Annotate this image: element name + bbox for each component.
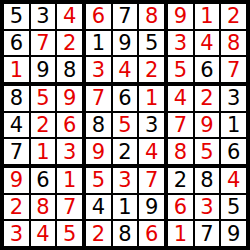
- digit: 7: [36, 32, 49, 54]
- digit: 4: [92, 196, 105, 218]
- digit: 6: [174, 196, 187, 218]
- digit: 7: [145, 169, 158, 191]
- digit: 7: [200, 223, 213, 245]
- digit: 1: [145, 87, 158, 109]
- cell-r3c1[interactable]: 1: [4, 57, 29, 82]
- digit: 1: [118, 196, 131, 218]
- digit: 7: [174, 114, 187, 136]
- digit: 2: [145, 59, 158, 81]
- cell-r7c1[interactable]: 9: [4, 168, 29, 193]
- digit: 9: [10, 169, 23, 191]
- digit: 8: [63, 59, 76, 81]
- digit: 7: [10, 141, 23, 163]
- digit: 6: [200, 59, 213, 81]
- digit: 2: [227, 5, 240, 27]
- cell-r8c5[interactable]: 1: [113, 195, 138, 220]
- digit: 4: [200, 32, 213, 54]
- cell-r4c4[interactable]: 7: [86, 86, 111, 111]
- digit: 9: [118, 32, 131, 54]
- sudoku-box: 912348567: [168, 4, 246, 82]
- digit: 7: [92, 87, 105, 109]
- digit: 3: [145, 114, 158, 136]
- cell-r6c6[interactable]: 4: [139, 139, 164, 164]
- cell-r7c9[interactable]: 4: [221, 168, 246, 193]
- digit: 1: [36, 141, 49, 163]
- digit: 3: [10, 223, 23, 245]
- digit: 3: [63, 141, 76, 163]
- cell-r6c4[interactable]: 9: [86, 139, 111, 164]
- cell-r1c2[interactable]: 3: [31, 4, 56, 29]
- digit: 1: [200, 5, 213, 27]
- cell-r6c7[interactable]: 8: [168, 139, 193, 164]
- cell-r7c5[interactable]: 3: [113, 168, 138, 193]
- digit: 9: [200, 114, 213, 136]
- cell-r2c8[interactable]: 4: [195, 31, 220, 56]
- cell-r5c6[interactable]: 3: [139, 113, 164, 138]
- cell-r4c9[interactable]: 3: [221, 86, 246, 111]
- cell-r1c9[interactable]: 2: [221, 4, 246, 29]
- digit: 6: [227, 141, 240, 163]
- digit: 1: [92, 32, 105, 54]
- digit: 3: [200, 196, 213, 218]
- cell-r3c9[interactable]: 7: [221, 57, 246, 82]
- digit: 8: [200, 169, 213, 191]
- cell-r1c3[interactable]: 4: [57, 4, 82, 29]
- cell-r9c1[interactable]: 3: [4, 221, 29, 246]
- cell-r3c8[interactable]: 6: [195, 57, 220, 82]
- cell-r9c5[interactable]: 8: [113, 221, 138, 246]
- digit: 5: [10, 5, 23, 27]
- cell-r5c2[interactable]: 2: [31, 113, 56, 138]
- sudoku-box: 761853924: [86, 86, 164, 164]
- cell-r9c6[interactable]: 6: [139, 221, 164, 246]
- digit: 8: [145, 5, 158, 27]
- digit: 8: [118, 223, 131, 245]
- digit: 3: [118, 169, 131, 191]
- cell-r8c1[interactable]: 2: [4, 195, 29, 220]
- cell-r7c2[interactable]: 6: [31, 168, 56, 193]
- digit: 3: [227, 87, 240, 109]
- digit: 6: [118, 87, 131, 109]
- cell-r7c6[interactable]: 7: [139, 168, 164, 193]
- digit: 1: [63, 169, 76, 191]
- digit: 4: [118, 59, 131, 81]
- sudoku-box: 859426713: [4, 86, 82, 164]
- sudoku-box: 284635179: [168, 168, 246, 246]
- digit: 2: [36, 114, 49, 136]
- cell-r1c6[interactable]: 8: [139, 4, 164, 29]
- cell-r2c7[interactable]: 3: [168, 31, 193, 56]
- cell-r9c2[interactable]: 4: [31, 221, 56, 246]
- digit: 5: [174, 59, 187, 81]
- digit: 9: [174, 5, 187, 27]
- digit: 9: [227, 223, 240, 245]
- cell-r3c2[interactable]: 9: [31, 57, 56, 82]
- digit: 2: [63, 32, 76, 54]
- digit: 9: [92, 141, 105, 163]
- cell-r6c2[interactable]: 1: [31, 139, 56, 164]
- cell-r5c1[interactable]: 4: [4, 113, 29, 138]
- digit: 2: [200, 87, 213, 109]
- cell-r9c8[interactable]: 7: [195, 221, 220, 246]
- digit: 5: [118, 114, 131, 136]
- cell-r4c5[interactable]: 6: [113, 86, 138, 111]
- digit: 9: [145, 196, 158, 218]
- digit: 6: [10, 32, 23, 54]
- digit: 9: [63, 87, 76, 109]
- digit: 3: [174, 32, 187, 54]
- cell-r6c8[interactable]: 5: [195, 139, 220, 164]
- cell-r9c9[interactable]: 9: [221, 221, 246, 246]
- cell-r9c7[interactable]: 1: [168, 221, 193, 246]
- cell-r3c6[interactable]: 2: [139, 57, 164, 82]
- sudoku-box: 537419286: [86, 168, 164, 246]
- digit: 6: [36, 169, 49, 191]
- digit: 7: [63, 196, 76, 218]
- digit: 4: [145, 141, 158, 163]
- cell-r2c5[interactable]: 9: [113, 31, 138, 56]
- cell-r8c9[interactable]: 5: [221, 195, 246, 220]
- digit: 5: [36, 87, 49, 109]
- digit: 2: [174, 169, 187, 191]
- digit: 6: [145, 223, 158, 245]
- digit: 8: [10, 87, 23, 109]
- sudoku-box: 534672198: [4, 4, 82, 82]
- cell-r4c8[interactable]: 2: [195, 86, 220, 111]
- digit: 5: [92, 169, 105, 191]
- cell-r2c4[interactable]: 1: [86, 31, 111, 56]
- digit: 8: [92, 114, 105, 136]
- digit: 4: [36, 223, 49, 245]
- digit: 1: [227, 114, 240, 136]
- cell-r7c7[interactable]: 2: [168, 168, 193, 193]
- sudoku-box: 961287345: [4, 168, 82, 246]
- cell-r2c1[interactable]: 6: [4, 31, 29, 56]
- cell-r9c3[interactable]: 5: [57, 221, 82, 246]
- cell-r6c5[interactable]: 2: [113, 139, 138, 164]
- digit: 4: [10, 114, 23, 136]
- cell-r3c3[interactable]: 8: [57, 57, 82, 82]
- cell-r8c4[interactable]: 4: [86, 195, 111, 220]
- digit: 4: [63, 5, 76, 27]
- cell-r4c2[interactable]: 5: [31, 86, 56, 111]
- digit: 7: [118, 5, 131, 27]
- digit: 4: [227, 169, 240, 191]
- digit: 2: [92, 223, 105, 245]
- digit: 3: [36, 5, 49, 27]
- digit: 6: [92, 5, 105, 27]
- cell-r3c7[interactable]: 5: [168, 57, 193, 82]
- cell-r3c5[interactable]: 4: [113, 57, 138, 82]
- sudoku-box: 678195342: [86, 4, 164, 82]
- cell-r7c3[interactable]: 1: [57, 168, 82, 193]
- cell-r3c4[interactable]: 3: [86, 57, 111, 82]
- cell-r5c5[interactable]: 5: [113, 113, 138, 138]
- cell-r8c8[interactable]: 3: [195, 195, 220, 220]
- cell-r8c2[interactable]: 8: [31, 195, 56, 220]
- digit: 8: [227, 32, 240, 54]
- digit: 4: [174, 87, 187, 109]
- digit: 5: [200, 141, 213, 163]
- digit: 5: [145, 32, 158, 54]
- digit: 2: [118, 141, 131, 163]
- cell-r4c3[interactable]: 9: [57, 86, 82, 111]
- digit: 1: [174, 223, 187, 245]
- cell-r8c7[interactable]: 6: [168, 195, 193, 220]
- digit: 6: [63, 114, 76, 136]
- digit: 7: [227, 59, 240, 81]
- sudoku-board: 534672198 678195342 912348567 859426713 …: [0, 0, 250, 250]
- cell-r6c3[interactable]: 3: [57, 139, 82, 164]
- cell-r5c3[interactable]: 6: [57, 113, 82, 138]
- digit: 3: [92, 59, 105, 81]
- digit: 8: [36, 196, 49, 218]
- cell-r1c4[interactable]: 6: [86, 4, 111, 29]
- cell-r6c1[interactable]: 7: [4, 139, 29, 164]
- cell-r1c5[interactable]: 7: [113, 4, 138, 29]
- cell-r9c4[interactable]: 2: [86, 221, 111, 246]
- cell-r4c6[interactable]: 1: [139, 86, 164, 111]
- cell-r2c2[interactable]: 7: [31, 31, 56, 56]
- cell-r6c9[interactable]: 6: [221, 139, 246, 164]
- cell-r8c3[interactable]: 7: [57, 195, 82, 220]
- sudoku-box: 423791856: [168, 86, 246, 164]
- cell-r7c8[interactable]: 8: [195, 168, 220, 193]
- cell-r2c3[interactable]: 2: [57, 31, 82, 56]
- digit: 5: [227, 196, 240, 218]
- cell-r5c7[interactable]: 7: [168, 113, 193, 138]
- digit: 9: [36, 59, 49, 81]
- digit: 8: [174, 141, 187, 163]
- digit: 2: [10, 196, 23, 218]
- cell-r1c7[interactable]: 9: [168, 4, 193, 29]
- cell-r1c1[interactable]: 5: [4, 4, 29, 29]
- cell-r2c9[interactable]: 8: [221, 31, 246, 56]
- cell-r1c8[interactable]: 1: [195, 4, 220, 29]
- cell-r5c4[interactable]: 8: [86, 113, 111, 138]
- digit: 1: [10, 59, 23, 81]
- cell-r4c1[interactable]: 8: [4, 86, 29, 111]
- cell-r7c4[interactable]: 5: [86, 168, 111, 193]
- digit: 5: [63, 223, 76, 245]
- cell-r5c9[interactable]: 1: [221, 113, 246, 138]
- cell-r2c6[interactable]: 5: [139, 31, 164, 56]
- cell-r4c7[interactable]: 4: [168, 86, 193, 111]
- cell-r8c6[interactable]: 9: [139, 195, 164, 220]
- cell-r5c8[interactable]: 9: [195, 113, 220, 138]
